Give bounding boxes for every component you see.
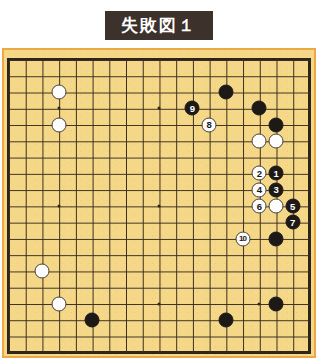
move-7-black-stone: 7	[285, 215, 300, 230]
star-point	[158, 205, 161, 208]
move-8-white-stone: 8	[202, 117, 217, 132]
move-1-black-stone: 1	[269, 166, 284, 181]
black-stone-O17	[218, 85, 233, 100]
white-stone-Q14	[252, 133, 267, 148]
move-10-white-stone: 10	[235, 231, 250, 246]
star-point	[57, 107, 60, 110]
black-stone-O3	[218, 312, 233, 327]
black-stone-R8	[269, 231, 284, 246]
go-board: 12345678910	[2, 48, 316, 358]
move-5-black-stone: 5	[285, 199, 300, 214]
black-stone-Q16	[252, 101, 267, 116]
star-point	[158, 302, 161, 305]
move-9-black-stone: 9	[185, 101, 200, 116]
move-4-white-stone: 4	[252, 182, 267, 197]
white-stone-C6	[34, 264, 49, 279]
black-stone-F3	[85, 312, 100, 327]
white-stone-R14	[269, 133, 284, 148]
move-3-black-stone: 3	[269, 182, 284, 197]
black-stone-R15	[269, 117, 284, 132]
white-stone-D15	[51, 117, 66, 132]
star-point	[57, 205, 60, 208]
star-point	[158, 107, 161, 110]
white-stone-D4	[51, 296, 66, 311]
black-stone-R4	[269, 296, 284, 311]
stones-layer: 12345678910	[9, 60, 310, 353]
move-2-white-stone: 2	[252, 166, 267, 181]
white-stone-D17	[51, 85, 66, 100]
diagram-title: 失敗図１	[105, 11, 213, 40]
move-6-white-stone: 6	[252, 199, 267, 214]
star-point	[258, 302, 261, 305]
white-stone-R10	[269, 199, 284, 214]
